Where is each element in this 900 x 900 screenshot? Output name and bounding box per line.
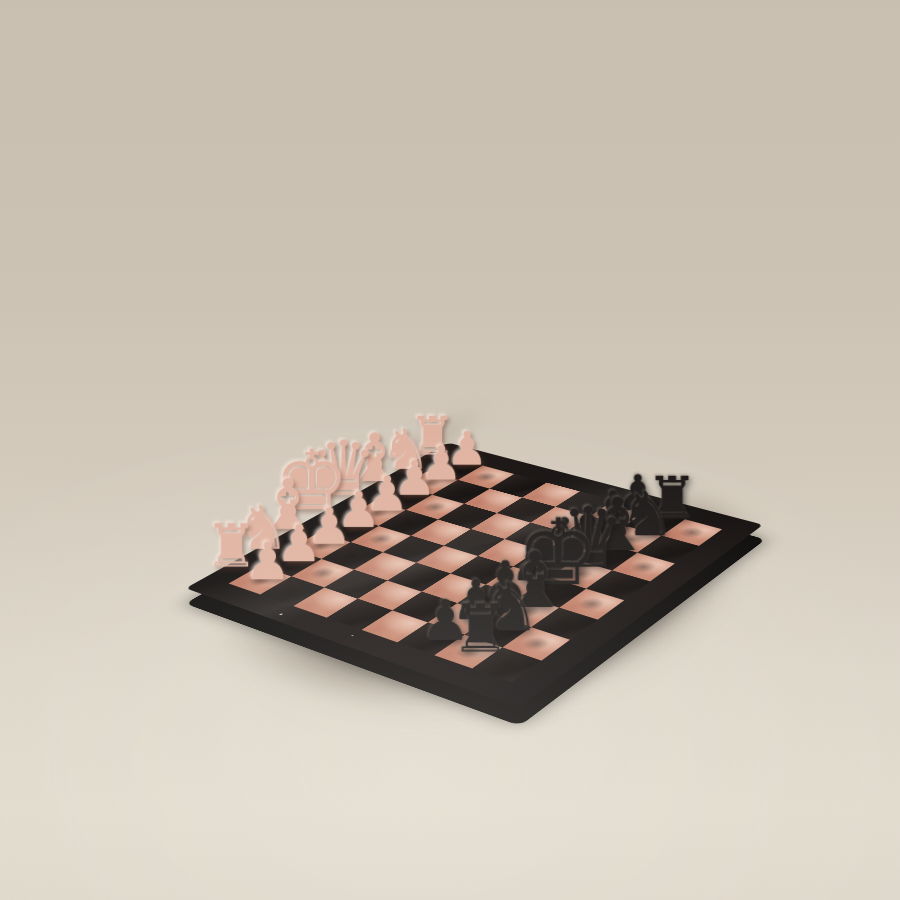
piece-pink-P[interactable]: ♟ [245,535,292,587]
studio-backdrop: ♜♟♟♜♞♟♟♞♝♟♟♝♛♟♟♛♚♟♟♚♝♟♟♝♞♟♟♞♜♟♟♜ [0,0,900,900]
piece-black-R[interactable]: ♜ [451,595,511,661]
dust-speck [279,613,283,615]
chess-board: ♜♟♟♜♞♟♟♞♝♟♟♝♛♟♟♛♚♟♟♚♝♟♟♝♞♟♟♞♜♟♟♜ [186,443,764,708]
dust-speck [351,635,354,636]
